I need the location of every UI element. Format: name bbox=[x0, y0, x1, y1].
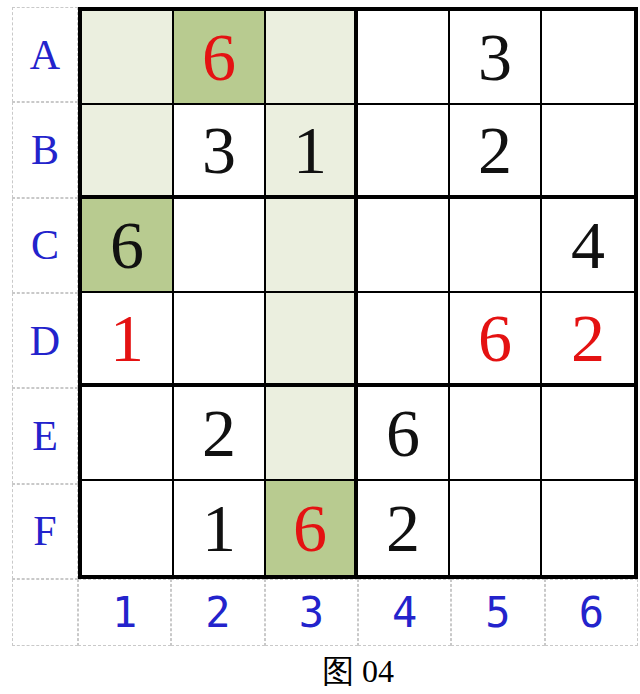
cell-E4[interactable]: 6 bbox=[358, 387, 450, 481]
col-label-3: 3 bbox=[265, 579, 358, 646]
cell-A1[interactable] bbox=[82, 11, 174, 105]
cell-D2[interactable] bbox=[174, 293, 266, 387]
cell-C4[interactable] bbox=[358, 199, 450, 293]
cell-A3[interactable] bbox=[266, 11, 358, 105]
cell-B5[interactable]: 2 bbox=[450, 105, 542, 199]
cell-B4[interactable] bbox=[358, 105, 450, 199]
row-label-E: E bbox=[12, 388, 78, 483]
cell-F2[interactable]: 1 bbox=[174, 481, 266, 575]
row-label-A: A bbox=[12, 7, 78, 102]
cell-D1[interactable]: 1 bbox=[82, 293, 174, 387]
cell-E1[interactable] bbox=[82, 387, 174, 481]
row-label-B: B bbox=[12, 102, 78, 197]
cell-C2[interactable] bbox=[174, 199, 266, 293]
cell-B2[interactable]: 3 bbox=[174, 105, 266, 199]
cell-C5[interactable] bbox=[450, 199, 542, 293]
cell-F6[interactable] bbox=[542, 481, 634, 575]
cell-F3[interactable]: 6 bbox=[266, 481, 358, 575]
cell-F5[interactable] bbox=[450, 481, 542, 575]
col-label-4: 4 bbox=[358, 579, 451, 646]
cell-E5[interactable] bbox=[450, 387, 542, 481]
cell-F4[interactable]: 2 bbox=[358, 481, 450, 575]
corner-spacer bbox=[12, 579, 78, 646]
cell-C1[interactable]: 6 bbox=[82, 199, 174, 293]
cell-B1[interactable] bbox=[82, 105, 174, 199]
column-labels: 123456 bbox=[78, 579, 638, 646]
figure-caption: 图 04 bbox=[78, 650, 638, 694]
cell-C3[interactable] bbox=[266, 199, 358, 293]
row-labels: ABCDEF bbox=[12, 7, 78, 579]
sudoku-figure: ABCDEF 633126416226162 123456 bbox=[12, 7, 638, 646]
cell-B6[interactable] bbox=[542, 105, 634, 199]
cell-D6[interactable]: 2 bbox=[542, 293, 634, 387]
col-label-2: 2 bbox=[171, 579, 264, 646]
cell-E2[interactable]: 2 bbox=[174, 387, 266, 481]
cell-E6[interactable] bbox=[542, 387, 634, 481]
row-label-C: C bbox=[12, 198, 78, 293]
cell-B3[interactable]: 1 bbox=[266, 105, 358, 199]
row-label-F: F bbox=[12, 484, 78, 579]
col-label-1: 1 bbox=[78, 579, 171, 646]
cell-D4[interactable] bbox=[358, 293, 450, 387]
cell-D5[interactable]: 6 bbox=[450, 293, 542, 387]
sudoku-board: 633126416226162 bbox=[78, 7, 638, 579]
col-label-5: 5 bbox=[451, 579, 544, 646]
cell-D3[interactable] bbox=[266, 293, 358, 387]
cell-A6[interactable] bbox=[542, 11, 634, 105]
cell-A5[interactable]: 3 bbox=[450, 11, 542, 105]
cell-A4[interactable] bbox=[358, 11, 450, 105]
cell-A2[interactable]: 6 bbox=[174, 11, 266, 105]
col-label-6: 6 bbox=[545, 579, 638, 646]
cell-C6[interactable]: 4 bbox=[542, 199, 634, 293]
cell-F1[interactable] bbox=[82, 481, 174, 575]
cell-E3[interactable] bbox=[266, 387, 358, 481]
row-label-D: D bbox=[12, 293, 78, 388]
